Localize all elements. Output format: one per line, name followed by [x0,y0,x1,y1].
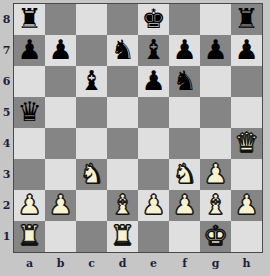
piece-black-knight: ♞ [110,35,134,65]
square-c7[interactable] [76,35,107,66]
square-b6[interactable] [45,66,76,97]
rank-label-6: 6 [0,66,13,97]
square-d8[interactable] [107,4,138,35]
piece-black-rook: ♜ [234,4,258,34]
file-labels: abcdefgh [14,252,262,274]
rank-label-5: 5 [0,97,13,128]
square-f7[interactable]: ♟ [169,35,200,66]
piece-white-rook: ♜ [110,221,134,251]
square-b5[interactable] [45,97,76,128]
square-a4[interactable] [14,128,45,159]
square-h8[interactable]: ♜ [231,4,262,35]
square-g6[interactable] [200,66,231,97]
piece-black-bishop: ♝ [141,35,165,65]
square-f1[interactable] [169,221,200,252]
square-d6[interactable] [107,66,138,97]
square-b8[interactable] [45,4,76,35]
square-c2[interactable] [76,190,107,221]
square-e7[interactable]: ♝ [138,35,169,66]
square-d7[interactable]: ♞ [107,35,138,66]
square-a6[interactable] [14,66,45,97]
square-h1[interactable] [231,221,262,252]
square-g7[interactable]: ♟ [200,35,231,66]
piece-black-pawn: ♟ [17,35,41,65]
piece-black-queen: ♛ [17,97,41,127]
square-f5[interactable] [169,97,200,128]
square-g5[interactable] [200,97,231,128]
square-c8[interactable] [76,4,107,35]
piece-white-rook: ♜ [17,221,41,251]
square-d2[interactable]: ♝ [107,190,138,221]
square-a5[interactable]: ♛ [14,97,45,128]
piece-black-knight: ♞ [172,66,196,96]
square-g2[interactable]: ♝ [200,190,231,221]
file-label-b: b [45,252,76,274]
square-a2[interactable]: ♟ [14,190,45,221]
square-g4[interactable] [200,128,231,159]
square-h3[interactable] [231,159,262,190]
square-b2[interactable]: ♟ [45,190,76,221]
square-e2[interactable]: ♟ [138,190,169,221]
square-a3[interactable] [14,159,45,190]
square-a8[interactable]: ♜ [14,4,45,35]
square-e3[interactable] [138,159,169,190]
piece-white-pawn: ♟ [234,190,258,220]
square-f8[interactable] [169,4,200,35]
square-b3[interactable] [45,159,76,190]
square-b7[interactable]: ♟ [45,35,76,66]
square-f3[interactable]: ♞ [169,159,200,190]
piece-black-pawn: ♟ [203,35,227,65]
square-d4[interactable] [107,128,138,159]
square-g8[interactable] [200,4,231,35]
square-c4[interactable] [76,128,107,159]
square-c1[interactable] [76,221,107,252]
rank-label-2: 2 [0,190,13,221]
chess-board: ♜♚♜♟♟♞♝♟♟♟♝♟♞♛♛♞♞♟♟♟♝♟♟♝♟♜♜♚ [13,3,263,253]
file-label-h: h [231,252,262,274]
piece-black-pawn: ♟ [172,35,196,65]
rank-label-1: 1 [0,221,13,252]
square-e6[interactable]: ♟ [138,66,169,97]
piece-black-king: ♚ [141,4,165,34]
square-f6[interactable]: ♞ [169,66,200,97]
piece-black-bishop: ♝ [79,66,103,96]
square-g3[interactable]: ♟ [200,159,231,190]
square-c5[interactable] [76,97,107,128]
square-b1[interactable] [45,221,76,252]
square-e1[interactable] [138,221,169,252]
square-e5[interactable] [138,97,169,128]
rank-label-3: 3 [0,159,13,190]
rank-label-4: 4 [0,128,13,159]
piece-white-pawn: ♟ [172,190,196,220]
square-a7[interactable]: ♟ [14,35,45,66]
file-label-e: e [138,252,169,274]
square-h6[interactable] [231,66,262,97]
file-label-d: d [107,252,138,274]
piece-white-bishop: ♝ [110,190,134,220]
square-d5[interactable] [107,97,138,128]
square-h4[interactable]: ♛ [231,128,262,159]
square-d3[interactable] [107,159,138,190]
piece-white-pawn: ♟ [48,190,72,220]
piece-white-knight: ♞ [79,159,103,189]
file-label-a: a [14,252,45,274]
piece-black-pawn: ♟ [234,35,258,65]
square-a1[interactable]: ♜ [14,221,45,252]
piece-white-queen: ♛ [234,128,258,158]
piece-black-pawn: ♟ [48,35,72,65]
square-b4[interactable] [45,128,76,159]
square-h2[interactable]: ♟ [231,190,262,221]
piece-white-knight: ♞ [172,159,196,189]
square-e4[interactable] [138,128,169,159]
chess-diagram: 87654321 ♜♚♜♟♟♞♝♟♟♟♝♟♞♛♛♞♞♟♟♟♝♟♟♝♟♜♜♚ ab… [0,0,270,276]
rank-label-7: 7 [0,35,13,66]
piece-black-rook: ♜ [17,4,41,34]
square-f2[interactable]: ♟ [169,190,200,221]
square-g1[interactable]: ♚ [200,221,231,252]
square-c3[interactable]: ♞ [76,159,107,190]
rank-labels: 87654321 [0,4,13,252]
square-c6[interactable]: ♝ [76,66,107,97]
piece-white-pawn: ♟ [203,159,227,189]
square-e8[interactable]: ♚ [138,4,169,35]
square-f4[interactable] [169,128,200,159]
square-d1[interactable]: ♜ [107,221,138,252]
piece-white-pawn: ♟ [17,190,41,220]
square-h5[interactable] [231,97,262,128]
file-label-g: g [200,252,231,274]
file-label-f: f [169,252,200,274]
piece-white-bishop: ♝ [203,190,227,220]
piece-white-king: ♚ [203,221,227,251]
square-h7[interactable]: ♟ [231,35,262,66]
piece-black-pawn: ♟ [141,66,165,96]
rank-label-8: 8 [0,4,13,35]
piece-white-pawn: ♟ [141,190,165,220]
file-label-c: c [76,252,107,274]
